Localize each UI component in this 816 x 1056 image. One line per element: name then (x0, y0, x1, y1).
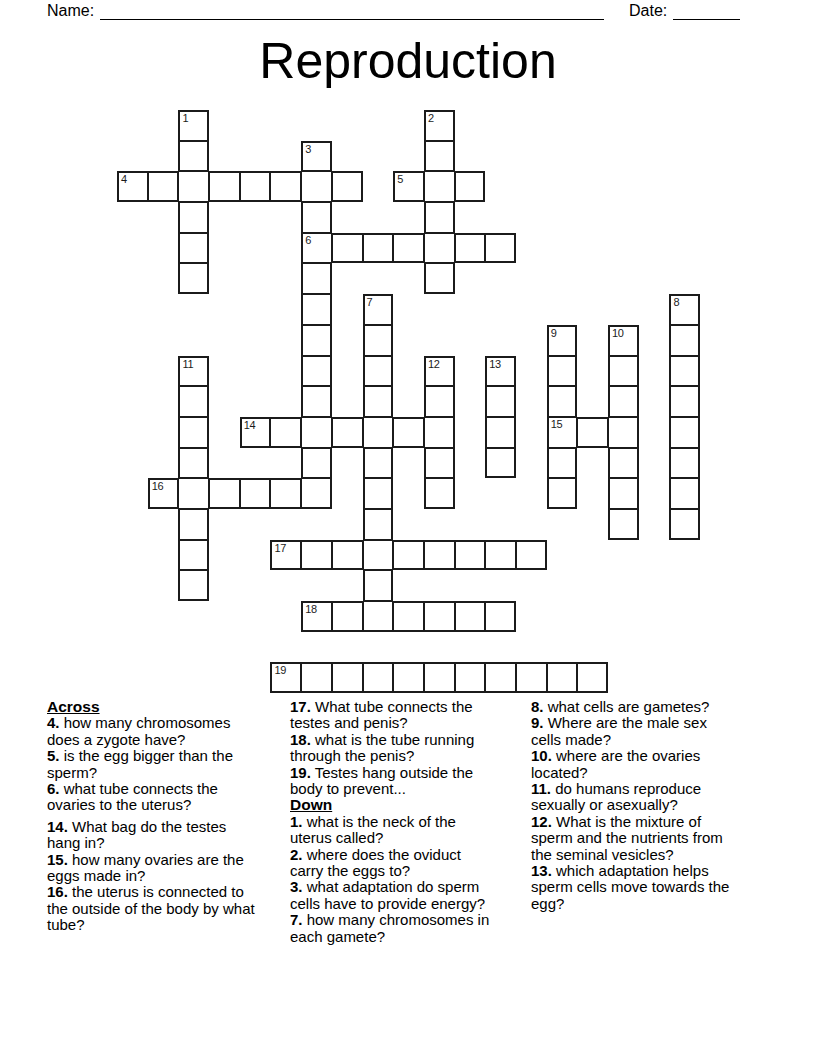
clue-7: 7. how many chromosomes in each gamete? (290, 912, 512, 945)
grid-cell[interactable] (178, 448, 209, 479)
grid-cell[interactable] (301, 417, 332, 448)
grid-cell[interactable] (455, 171, 486, 202)
clue-number: 8. (531, 698, 544, 715)
grid-cell[interactable] (485, 540, 516, 571)
grid-cell[interactable] (301, 448, 332, 479)
grid-cell[interactable] (608, 478, 639, 509)
grid-cell[interactable] (577, 417, 608, 448)
grid-cell[interactable] (270, 417, 301, 448)
clue-number: 5. (47, 747, 60, 764)
grid-cell[interactable] (393, 540, 424, 571)
grid-cell[interactable]: 6 (301, 233, 332, 264)
clue-text: what adaptation do sperm cells have to p… (290, 878, 485, 911)
name-blank-line[interactable] (100, 19, 604, 20)
clue-17: 17. What tube connects the testes and pe… (290, 699, 512, 732)
grid-cell[interactable] (178, 386, 209, 417)
grid-cell[interactable] (363, 601, 394, 632)
grid-cell[interactable] (178, 417, 209, 448)
grid-cell[interactable] (608, 356, 639, 387)
clue-text: what is the tube running through the pen… (290, 731, 474, 764)
clue-15: 15. how many ovaries are the eggs made i… (47, 852, 287, 885)
grid-cell[interactable] (608, 417, 639, 448)
grid-cell[interactable] (332, 601, 363, 632)
clue-number: 6. (47, 780, 60, 797)
grid-cell[interactable] (332, 662, 363, 693)
clue-3: 3. what adaptation do sperm cells have t… (290, 879, 512, 912)
clue-number: 4. (47, 714, 60, 731)
clue-column-3: 8. what cells are gametes?9. Where are t… (531, 699, 763, 912)
grid-cell[interactable] (608, 448, 639, 479)
grid-cell[interactable] (363, 478, 394, 509)
grid-cell[interactable]: 16 (148, 478, 179, 509)
clue-text: do humans reproduce sexually or asexuall… (531, 780, 701, 813)
grid-cell[interactable]: 10 (608, 325, 639, 356)
grid-cell[interactable]: 12 (424, 356, 455, 387)
grid-cell[interactable] (178, 233, 209, 264)
grid-cell[interactable] (455, 540, 486, 571)
grid-cell[interactable] (547, 448, 578, 479)
grid-cell[interactable] (485, 417, 516, 448)
grid-cell[interactable] (424, 141, 455, 172)
grid-cell[interactable] (669, 386, 700, 417)
grid-cell[interactable] (332, 540, 363, 571)
grid-cell[interactable] (301, 386, 332, 417)
cell-number: 11 (182, 358, 193, 370)
grid-cell[interactable]: 13 (485, 356, 516, 387)
clue-number: 15. (47, 851, 68, 868)
grid-cell[interactable] (301, 478, 332, 509)
grid-cell[interactable] (393, 662, 424, 693)
cell-number: 7 (367, 296, 373, 308)
clue-number: 7. (290, 911, 303, 928)
cell-number: 2 (428, 112, 434, 124)
date-blank-line[interactable] (673, 19, 740, 20)
grid-cell[interactable] (363, 417, 394, 448)
crossword-grid: 12345678910111213141516171819 (117, 110, 700, 693)
cell-number: 4 (121, 173, 127, 185)
grid-cell[interactable] (301, 356, 332, 387)
clue-text: where does the oviduct carry the eggs to… (290, 846, 461, 879)
grid-cell[interactable] (178, 509, 209, 540)
grid-cell[interactable] (393, 233, 424, 264)
cell-number: 10 (612, 327, 624, 339)
clue-number: 19. (290, 764, 311, 781)
clue-11: 11. do humans reproduce sexually or asex… (531, 781, 763, 814)
date-label: Date: (629, 2, 667, 20)
grid-cell[interactable] (148, 171, 179, 202)
grid-cell[interactable] (424, 662, 455, 693)
clue-1: 1. what is the neck of the uterus called… (290, 814, 512, 847)
cell-number: 3 (305, 143, 311, 155)
clue-text: how many chromosomes in each gamete? (290, 911, 489, 944)
grid-cell[interactable] (301, 662, 332, 693)
grid-cell[interactable] (363, 509, 394, 540)
grid-cell[interactable] (301, 263, 332, 294)
grid-cell[interactable]: 3 (301, 141, 332, 172)
grid-cell[interactable]: 7 (363, 294, 394, 325)
clue-column-1: Across4. how many chromosomes does a zyg… (47, 699, 287, 934)
grid-cell[interactable] (577, 662, 608, 693)
grid-cell[interactable]: 2 (424, 110, 455, 141)
grid-cell[interactable] (209, 478, 240, 509)
grid-cell[interactable] (669, 325, 700, 356)
grid-cell[interactable] (178, 263, 209, 294)
clue-text: what tube connects the ovaries to the ut… (47, 780, 218, 813)
grid-cell[interactable] (301, 202, 332, 233)
grid-cell[interactable] (455, 233, 486, 264)
grid-cell[interactable] (178, 570, 209, 601)
grid-cell[interactable] (608, 509, 639, 540)
clue-19: 19. Testes hang outside the body to prev… (290, 765, 512, 798)
cell-number: 13 (489, 358, 501, 370)
grid-cell[interactable] (455, 601, 486, 632)
clue-text: Testes hang outside the body to prevent.… (290, 764, 473, 797)
grid-cell[interactable]: 5 (393, 171, 424, 202)
clue-number: 17. (290, 698, 311, 715)
grid-cell[interactable] (516, 540, 547, 571)
grid-cell[interactable] (424, 478, 455, 509)
clue-number: 13. (531, 862, 552, 879)
clue-16: 16. the uterus is connected to the outsi… (47, 884, 287, 933)
grid-cell[interactable]: 14 (240, 417, 271, 448)
cell-number: 9 (551, 327, 557, 339)
grid-cell[interactable]: 15 (547, 417, 578, 448)
clue-text: what is the neck of the uterus called? (290, 813, 456, 846)
clue-14: 14. What bag do the testes hang in? (47, 819, 287, 852)
grid-cell[interactable] (332, 233, 363, 264)
grid-cell[interactable] (669, 448, 700, 479)
grid-cell[interactable] (424, 601, 455, 632)
cell-number: 1 (182, 112, 188, 124)
cell-number: 12 (428, 358, 440, 370)
grid-cell[interactable] (485, 662, 516, 693)
clue-13: 13. which adaptation helps sperm cells m… (531, 863, 763, 912)
clue-text: What is the mixture of sperm and the nut… (531, 813, 723, 863)
grid-cell[interactable] (240, 478, 271, 509)
grid-cell[interactable] (270, 478, 301, 509)
clue-text: Where are the male sex cells made? (531, 714, 707, 747)
clue-10: 10. where are the ovaries located? (531, 748, 763, 781)
cell-number: 14 (244, 419, 256, 431)
grid-cell[interactable] (301, 294, 332, 325)
grid-cell[interactable] (270, 171, 301, 202)
grid-cell[interactable]: 11 (178, 356, 209, 387)
grid-cell[interactable] (332, 417, 363, 448)
clue-number: 9. (531, 714, 544, 731)
clue-number: 1. (290, 813, 303, 830)
grid-cell[interactable] (424, 448, 455, 479)
grid-cell[interactable]: 8 (669, 294, 700, 325)
grid-cell[interactable] (363, 356, 394, 387)
grid-cell[interactable] (178, 540, 209, 571)
grid-cell[interactable] (547, 386, 578, 417)
grid-cell[interactable] (424, 171, 455, 202)
grid-cell[interactable] (240, 171, 271, 202)
grid-cell[interactable] (363, 325, 394, 356)
cell-number: 16 (152, 480, 164, 492)
cell-number: 17 (274, 542, 286, 554)
grid-cell[interactable] (485, 448, 516, 479)
grid-cell[interactable] (209, 171, 240, 202)
grid-cell[interactable] (669, 417, 700, 448)
clue-number: 11. (531, 780, 551, 797)
clue-column-2: 17. What tube connects the testes and pe… (290, 699, 512, 945)
grid-cell[interactable] (455, 662, 486, 693)
grid-cell[interactable] (178, 202, 209, 233)
name-label: Name: (47, 2, 94, 20)
clue-number: 10. (531, 747, 552, 764)
grid-cell[interactable] (547, 356, 578, 387)
grid-cell[interactable] (393, 601, 424, 632)
grid-cell[interactable]: 4 (117, 171, 148, 202)
clue-text: how many chromosomes does a zygote have? (47, 714, 230, 747)
grid-cell[interactable] (424, 202, 455, 233)
grid-cell[interactable]: 1 (178, 110, 209, 141)
clue-number: 16. (47, 883, 68, 900)
grid-cell[interactable] (363, 540, 394, 571)
grid-cell[interactable] (516, 662, 547, 693)
grid-cell[interactable]: 17 (270, 540, 301, 571)
grid-cell[interactable] (363, 386, 394, 417)
grid-cell[interactable] (547, 662, 578, 693)
clue-8: 8. what cells are gametes? (531, 699, 763, 715)
clue-number: 3. (290, 878, 303, 895)
cell-number: 15 (551, 418, 563, 430)
clue-4: 4. how many chromosomes does a zygote ha… (47, 715, 287, 748)
grid-cell[interactable] (424, 417, 455, 448)
clue-number: 2. (290, 846, 303, 863)
grid-cell[interactable] (424, 540, 455, 571)
clue-text: What tube connects the testes and penis? (290, 698, 473, 731)
puzzle-title: Reproduction (0, 32, 816, 90)
grid-cell[interactable] (178, 141, 209, 172)
clue-text: how many ovaries are the eggs made in? (47, 851, 244, 884)
grid-cell[interactable]: 9 (547, 325, 578, 356)
grid-cell[interactable] (424, 263, 455, 294)
grid-cell[interactable] (178, 171, 209, 202)
cell-number: 6 (305, 234, 311, 246)
clue-5: 5. is the egg bigger than the sperm? (47, 748, 287, 781)
clue-number: 12. (531, 813, 552, 830)
across-header: Across (47, 699, 287, 715)
worksheet-page: Name: Date: Reproduction 123456789101112… (0, 0, 816, 1056)
clue-18: 18. what is the tube running through the… (290, 732, 512, 765)
grid-cell[interactable] (669, 509, 700, 540)
grid-cell[interactable] (669, 478, 700, 509)
clue-12: 12. What is the mixture of sperm and the… (531, 814, 763, 863)
clue-text: What bag do the testes hang in? (47, 818, 226, 851)
grid-cell[interactable] (608, 386, 639, 417)
grid-cell[interactable] (669, 356, 700, 387)
grid-cell[interactable] (393, 417, 424, 448)
grid-cell[interactable] (301, 540, 332, 571)
grid-cell[interactable] (301, 171, 332, 202)
grid-cell[interactable] (363, 662, 394, 693)
grid-cell[interactable] (485, 233, 516, 264)
grid-cell[interactable] (363, 570, 394, 601)
cell-number: 8 (673, 296, 679, 308)
cell-number: 5 (397, 173, 403, 185)
grid-cell[interactable] (363, 233, 394, 264)
grid-cell[interactable] (485, 601, 516, 632)
clue-text: is the egg bigger than the sperm? (47, 747, 233, 780)
clue-2: 2. where does the oviduct carry the eggs… (290, 847, 512, 880)
grid-cell[interactable] (178, 478, 209, 509)
grid-cell[interactable]: 19 (270, 662, 301, 693)
cell-number: 19 (274, 664, 286, 676)
clue-number: 14. (47, 818, 68, 835)
clue-text: where are the ovaries located? (531, 747, 700, 780)
down-header: Down (290, 797, 512, 813)
grid-cell[interactable] (485, 386, 516, 417)
clue-number: 18. (290, 731, 311, 748)
clue-text: the uterus is connected to the outside o… (47, 883, 255, 933)
clue-text: which adaptation helps sperm cells move … (531, 862, 729, 912)
grid-cell[interactable] (363, 448, 394, 479)
clue-text: what cells are gametes? (544, 698, 710, 715)
grid-cell[interactable] (424, 386, 455, 417)
clue-9: 9. Where are the male sex cells made? (531, 715, 763, 748)
grid-cell[interactable] (301, 325, 332, 356)
grid-cell[interactable] (547, 478, 578, 509)
clue-6: 6. what tube connects the ovaries to the… (47, 781, 287, 814)
grid-cell[interactable] (332, 171, 363, 202)
grid-cell[interactable] (424, 233, 455, 264)
grid-cell[interactable]: 18 (301, 601, 332, 632)
cell-number: 18 (305, 603, 317, 615)
